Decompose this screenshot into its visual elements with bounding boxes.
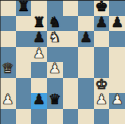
square-e8[interactable] — [63, 0, 79, 16]
square-e2[interactable] — [63, 93, 79, 109]
square-b1[interactable] — [16, 109, 32, 125]
square-a7[interactable] — [0, 16, 16, 32]
square-e3[interactable] — [63, 78, 79, 94]
square-d2[interactable]: ♛ — [47, 93, 63, 109]
square-h5[interactable] — [109, 47, 125, 63]
square-e6[interactable] — [63, 31, 79, 47]
square-a6[interactable] — [0, 31, 16, 47]
square-e1[interactable] — [63, 109, 79, 125]
square-d4[interactable]: ♟ — [47, 62, 63, 78]
square-e5[interactable] — [63, 47, 79, 63]
piece-white-pawn-d4[interactable]: ♟ — [48, 61, 61, 77]
piece-white-pawn-g2[interactable]: ♟ — [95, 92, 108, 108]
square-b4[interactable] — [16, 62, 32, 78]
square-c4[interactable] — [31, 62, 47, 78]
square-e4[interactable] — [63, 62, 79, 78]
piece-white-pawn-a2[interactable]: ♟ — [2, 92, 15, 108]
square-b7[interactable] — [16, 16, 32, 32]
square-b6[interactable] — [16, 31, 32, 47]
square-e7[interactable] — [63, 16, 79, 32]
square-h7[interactable]: ♟ — [109, 16, 125, 32]
square-f6[interactable]: ♟ — [78, 31, 94, 47]
square-a2[interactable]: ♟ — [0, 93, 16, 109]
piece-white-king-g3[interactable]: ♚ — [95, 77, 108, 93]
square-b5[interactable] — [16, 47, 32, 63]
piece-black-pawn-g7[interactable]: ♟ — [95, 15, 108, 31]
piece-white-queen-a4[interactable]: ♛ — [2, 61, 15, 77]
square-f1[interactable] — [78, 109, 94, 125]
square-c5[interactable]: ♟ — [31, 47, 47, 63]
square-h4[interactable] — [109, 62, 125, 78]
square-f8[interactable] — [78, 0, 94, 16]
piece-white-pawn-c5[interactable]: ♟ — [33, 46, 46, 62]
piece-black-knight-d7[interactable]: ♞ — [48, 15, 61, 31]
square-b3[interactable] — [16, 78, 32, 94]
square-g1[interactable] — [94, 109, 110, 125]
square-g2[interactable]: ♟ — [94, 93, 110, 109]
square-h1[interactable] — [109, 109, 125, 125]
piece-white-pawn-h2[interactable]: ♟ — [111, 92, 124, 108]
square-d1[interactable] — [47, 109, 63, 125]
square-g7[interactable]: ♟ — [94, 16, 110, 32]
square-h2[interactable]: ♟ — [109, 93, 125, 109]
square-a1[interactable] — [0, 109, 16, 125]
square-f3[interactable] — [78, 78, 94, 94]
square-f5[interactable] — [78, 47, 94, 63]
piece-black-pawn-c2[interactable]: ♟ — [33, 92, 46, 108]
square-f2[interactable] — [78, 93, 94, 109]
chess-app-window: ♜♚♜♞♟♟♟♞♟♟♛♟♚♟♟♛♟♟ — [0, 0, 125, 124]
square-g6[interactable] — [94, 31, 110, 47]
piece-black-pawn-f6[interactable]: ♟ — [80, 30, 93, 46]
square-b8[interactable]: ♜ — [16, 0, 32, 16]
piece-white-knight-d6[interactable]: ♞ — [48, 30, 61, 46]
square-g5[interactable] — [94, 47, 110, 63]
square-d6[interactable]: ♞ — [47, 31, 63, 47]
square-c2[interactable]: ♟ — [31, 93, 47, 109]
piece-black-pawn-c6[interactable]: ♟ — [33, 30, 46, 46]
piece-black-rook-c7[interactable]: ♜ — [33, 15, 46, 31]
square-h6[interactable] — [109, 31, 125, 47]
square-c1[interactable] — [31, 109, 47, 125]
piece-black-king-g8[interactable]: ♚ — [95, 0, 108, 15]
square-f4[interactable] — [78, 62, 94, 78]
piece-black-rook-b8[interactable]: ♜ — [17, 0, 30, 15]
chess-board: ♜♚♜♞♟♟♟♞♟♟♛♟♚♟♟♛♟♟ — [0, 0, 125, 124]
piece-black-pawn-h7[interactable]: ♟ — [111, 15, 124, 31]
piece-black-queen-d2[interactable]: ♛ — [48, 92, 61, 108]
square-a4[interactable]: ♛ — [0, 62, 16, 78]
square-a8[interactable] — [0, 0, 16, 16]
square-b2[interactable] — [16, 93, 32, 109]
